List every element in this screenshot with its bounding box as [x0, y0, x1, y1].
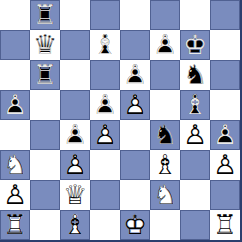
square-g6[interactable]: ♞♘: [180, 60, 210, 90]
square-g2[interactable]: [180, 180, 210, 210]
square-c2[interactable]: ♛♕: [60, 180, 90, 210]
square-g3[interactable]: [180, 150, 210, 180]
square-h1[interactable]: ♜♖: [210, 210, 240, 240]
piece-black-pawn: ♟♙: [210, 120, 240, 150]
white-pawn-outline-icon: ♙: [180, 120, 210, 150]
piece-black-pawn: ♟♙: [150, 30, 180, 60]
black-pawn-outline-icon: ♙: [120, 60, 150, 90]
square-d5[interactable]: ♟♙: [90, 90, 120, 120]
square-b8[interactable]: ♜♖: [30, 0, 60, 30]
square-f3[interactable]: ♝♗: [150, 150, 180, 180]
piece-black-pawn: ♟♙: [0, 90, 30, 120]
piece-white-pawn: ♟♙: [120, 90, 150, 120]
square-d2[interactable]: [90, 180, 120, 210]
white-bishop-outline-icon: ♗: [150, 150, 180, 180]
square-e6[interactable]: ♟♙: [120, 60, 150, 90]
square-d7[interactable]: ♝♗: [90, 30, 120, 60]
square-f6[interactable]: [150, 60, 180, 90]
black-knight-outline-icon: ♘: [150, 120, 180, 150]
square-a5[interactable]: ♟♙: [0, 90, 30, 120]
square-c6[interactable]: [60, 60, 90, 90]
square-d3[interactable]: [90, 150, 120, 180]
square-a3[interactable]: ♞♘: [0, 150, 30, 180]
square-h2[interactable]: [210, 180, 240, 210]
square-h5[interactable]: [210, 90, 240, 120]
piece-white-pawn: ♟♙: [180, 120, 210, 150]
square-g1[interactable]: [180, 210, 210, 240]
square-h3[interactable]: ♟♙: [210, 150, 240, 180]
piece-black-knight: ♞♘: [150, 120, 180, 150]
square-h8[interactable]: [210, 0, 240, 30]
white-pawn-outline-icon: ♙: [0, 180, 30, 210]
white-knight-outline-icon: ♘: [0, 150, 30, 180]
white-bishop-outline-icon: ♗: [60, 210, 90, 240]
square-e3[interactable]: [120, 150, 150, 180]
piece-black-queen: ♛♕: [30, 30, 60, 60]
square-d4[interactable]: ♟♙: [90, 120, 120, 150]
piece-white-rook: ♜♖: [0, 210, 30, 240]
black-bishop-outline-icon: ♗: [90, 30, 120, 60]
square-h7[interactable]: [210, 30, 240, 60]
square-c5[interactable]: [60, 90, 90, 120]
white-queen-outline-icon: ♕: [60, 180, 90, 210]
square-b5[interactable]: [30, 90, 60, 120]
piece-black-bishop: ♝♗: [90, 30, 120, 60]
square-f7[interactable]: ♟♙: [150, 30, 180, 60]
square-b3[interactable]: [30, 150, 60, 180]
square-g7[interactable]: ♚♔: [180, 30, 210, 60]
square-a6[interactable]: [0, 60, 30, 90]
black-bishop-outline-icon: ♗: [180, 90, 210, 120]
black-pawn-outline-icon: ♙: [210, 120, 240, 150]
square-f2[interactable]: ♞♘: [150, 180, 180, 210]
piece-black-rook: ♜♖: [30, 0, 60, 30]
piece-white-knight: ♞♘: [150, 180, 180, 210]
piece-white-king: ♚♔: [120, 210, 150, 240]
black-pawn-outline-icon: ♙: [90, 90, 120, 120]
square-c1[interactable]: ♝♗: [60, 210, 90, 240]
piece-white-bishop: ♝♗: [150, 150, 180, 180]
piece-black-pawn: ♟♙: [90, 90, 120, 120]
square-g8[interactable]: [180, 0, 210, 30]
square-b7[interactable]: ♛♕: [30, 30, 60, 60]
white-king-outline-icon: ♔: [120, 210, 150, 240]
white-pawn-outline-icon: ♙: [90, 120, 120, 150]
piece-white-bishop: ♝♗: [60, 210, 90, 240]
white-pawn-outline-icon: ♙: [120, 90, 150, 120]
white-pawn-outline-icon: ♙: [210, 150, 240, 180]
square-a4[interactable]: [0, 120, 30, 150]
black-pawn-outline-icon: ♙: [0, 90, 30, 120]
square-d8[interactable]: [90, 0, 120, 30]
piece-black-pawn: ♟♙: [120, 60, 150, 90]
chess-board: ♜♖♛♕♝♗♟♙♚♔♜♖♟♙♞♘♟♙♟♙♟♙♝♗♟♙♟♙♞♘♟♙♟♙♞♘♟♙♝♗…: [0, 0, 242, 242]
piece-white-queen: ♛♕: [60, 180, 90, 210]
square-b1[interactable]: [30, 210, 60, 240]
piece-white-pawn: ♟♙: [60, 150, 90, 180]
white-rook-outline-icon: ♖: [210, 210, 240, 240]
black-rook-outline-icon: ♖: [30, 60, 60, 90]
white-knight-outline-icon: ♘: [150, 180, 180, 210]
square-e8[interactable]: [120, 0, 150, 30]
square-f4[interactable]: ♞♘: [150, 120, 180, 150]
piece-black-king: ♚♔: [180, 30, 210, 60]
piece-white-rook: ♜♖: [210, 210, 240, 240]
black-pawn-outline-icon: ♙: [60, 120, 90, 150]
square-a2[interactable]: ♟♙: [0, 180, 30, 210]
piece-white-pawn: ♟♙: [210, 150, 240, 180]
square-c8[interactable]: [60, 0, 90, 30]
square-e1[interactable]: ♚♔: [120, 210, 150, 240]
square-b6[interactable]: ♜♖: [30, 60, 60, 90]
black-rook-outline-icon: ♖: [30, 0, 60, 30]
square-a1[interactable]: ♜♖: [0, 210, 30, 240]
white-pawn-outline-icon: ♙: [60, 150, 90, 180]
black-knight-outline-icon: ♘: [180, 60, 210, 90]
square-e7[interactable]: [120, 30, 150, 60]
square-g4[interactable]: ♟♙: [180, 120, 210, 150]
square-d6[interactable]: [90, 60, 120, 90]
black-pawn-outline-icon: ♙: [150, 30, 180, 60]
square-e5[interactable]: ♟♙: [120, 90, 150, 120]
square-e2[interactable]: [120, 180, 150, 210]
square-a8[interactable]: [0, 0, 30, 30]
square-f1[interactable]: [150, 210, 180, 240]
piece-black-bishop: ♝♗: [180, 90, 210, 120]
square-c7[interactable]: [60, 30, 90, 60]
square-a7[interactable]: [0, 30, 30, 60]
square-g5[interactable]: ♝♗: [180, 90, 210, 120]
black-queen-outline-icon: ♕: [30, 30, 60, 60]
piece-black-knight: ♞♘: [180, 60, 210, 90]
square-c3[interactable]: ♟♙: [60, 150, 90, 180]
square-f8[interactable]: [150, 0, 180, 30]
piece-black-rook: ♜♖: [30, 60, 60, 90]
square-d1[interactable]: [90, 210, 120, 240]
white-rook-outline-icon: ♖: [0, 210, 30, 240]
square-h4[interactable]: ♟♙: [210, 120, 240, 150]
square-b2[interactable]: [30, 180, 60, 210]
square-c4[interactable]: ♟♙: [60, 120, 90, 150]
piece-white-knight: ♞♘: [0, 150, 30, 180]
piece-white-pawn: ♟♙: [90, 120, 120, 150]
square-e4[interactable]: [120, 120, 150, 150]
square-f5[interactable]: [150, 90, 180, 120]
black-king-outline-icon: ♔: [180, 30, 210, 60]
square-h6[interactable]: [210, 60, 240, 90]
square-b4[interactable]: [30, 120, 60, 150]
piece-white-pawn: ♟♙: [0, 180, 30, 210]
piece-black-pawn: ♟♙: [60, 120, 90, 150]
